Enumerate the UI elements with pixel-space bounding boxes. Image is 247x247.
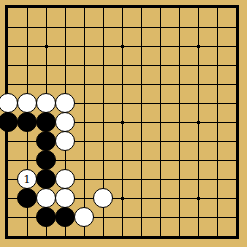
stone-black[interactable] (36, 112, 56, 132)
stone-white[interactable] (55, 93, 75, 113)
stone-black[interactable] (36, 169, 56, 189)
stone-white[interactable] (74, 207, 94, 227)
stone-white[interactable]: 1 (17, 169, 37, 189)
stone-black[interactable] (36, 150, 56, 170)
grid-line-vertical (179, 8, 180, 236)
stone-black[interactable] (17, 112, 37, 132)
grid-line-vertical (141, 8, 142, 236)
go-board[interactable]: 1 (0, 0, 247, 247)
go-diagram: 1 (0, 0, 247, 247)
hoshi-point (197, 197, 200, 200)
hoshi-point (121, 197, 124, 200)
hoshi-point (45, 45, 48, 48)
grid-line-vertical (217, 8, 218, 236)
stone-white[interactable] (36, 93, 56, 113)
stone-white[interactable] (0, 93, 18, 113)
stone-white[interactable] (55, 112, 75, 132)
stone-white[interactable] (55, 131, 75, 151)
hoshi-point (121, 121, 124, 124)
stone-white[interactable] (55, 169, 75, 189)
grid-line-vertical (160, 8, 161, 236)
hoshi-point (197, 121, 200, 124)
hoshi-point (197, 45, 200, 48)
hoshi-point (121, 45, 124, 48)
stone-black[interactable] (36, 207, 56, 227)
stone-black[interactable] (55, 207, 75, 227)
stone-white[interactable] (17, 93, 37, 113)
stone-white[interactable] (36, 188, 56, 208)
stone-white[interactable] (55, 188, 75, 208)
stone-white[interactable] (93, 188, 113, 208)
move-number-label: 1 (24, 174, 31, 185)
stone-black[interactable] (0, 112, 18, 132)
stone-black[interactable] (36, 131, 56, 151)
stone-black[interactable] (17, 188, 37, 208)
